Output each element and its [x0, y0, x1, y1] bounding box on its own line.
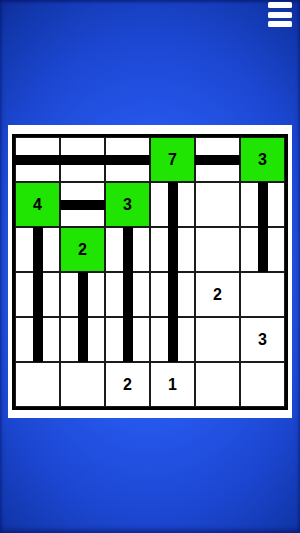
app-screen: 734322321	[0, 0, 300, 533]
puzzle-board-panel: 734322321	[8, 125, 292, 418]
line-segment-v-c6r2-r3[interactable]	[258, 182, 268, 272]
menu-button[interactable]	[268, 2, 292, 27]
clue-cell-r2c3[interactable]: 3	[105, 182, 150, 227]
cell-r4c6[interactable]	[240, 272, 285, 317]
hamburger-icon	[268, 12, 292, 18]
line-segment-h-r2c2-c2[interactable]	[60, 200, 105, 210]
cell-r6c5[interactable]	[195, 362, 240, 407]
line-segment-v-c4r2-r5[interactable]	[168, 182, 178, 362]
cell-r6c2[interactable]	[60, 362, 105, 407]
cell-r6c1[interactable]	[15, 362, 60, 407]
cell-r3c5[interactable]	[195, 227, 240, 272]
clue-cell-r6c4[interactable]: 1	[150, 362, 195, 407]
clue-cell-r1c4[interactable]: 7	[150, 137, 195, 182]
cell-r6c6[interactable]	[240, 362, 285, 407]
clue-cell-r6c3[interactable]: 2	[105, 362, 150, 407]
line-segment-v-c3r3-r5[interactable]	[123, 227, 133, 362]
line-segment-h-r1c1-c3[interactable]	[15, 155, 150, 165]
cell-r5c5[interactable]	[195, 317, 240, 362]
cell-r2c5[interactable]	[195, 182, 240, 227]
clue-cell-r1c6[interactable]: 3	[240, 137, 285, 182]
line-segment-h-r1c5-c5[interactable]	[195, 155, 240, 165]
board-grid: 734322321	[12, 134, 288, 410]
clue-cell-r3c2[interactable]: 2	[60, 227, 105, 272]
hamburger-icon	[268, 2, 292, 8]
line-segment-v-c1r3-r5[interactable]	[33, 227, 43, 362]
clue-cell-r2c1[interactable]: 4	[15, 182, 60, 227]
clue-cell-r5c6[interactable]: 3	[240, 317, 285, 362]
clue-cell-r4c5[interactable]: 2	[195, 272, 240, 317]
line-segment-v-c2r4-r5[interactable]	[78, 272, 88, 362]
hamburger-icon	[268, 21, 292, 27]
